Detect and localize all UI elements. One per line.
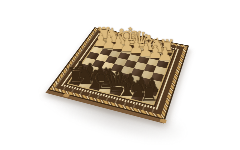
- board-grid: [67, 35, 175, 105]
- product-photo: ♜♞♝♚♛♝♞♜♟♟♟♟♟♟♟♟♟♟♟♟♟♟♟♟♜♞♝♚♛♝♞♜: [0, 0, 240, 150]
- square-a8: [142, 94, 156, 105]
- border-inner-line: [65, 35, 176, 107]
